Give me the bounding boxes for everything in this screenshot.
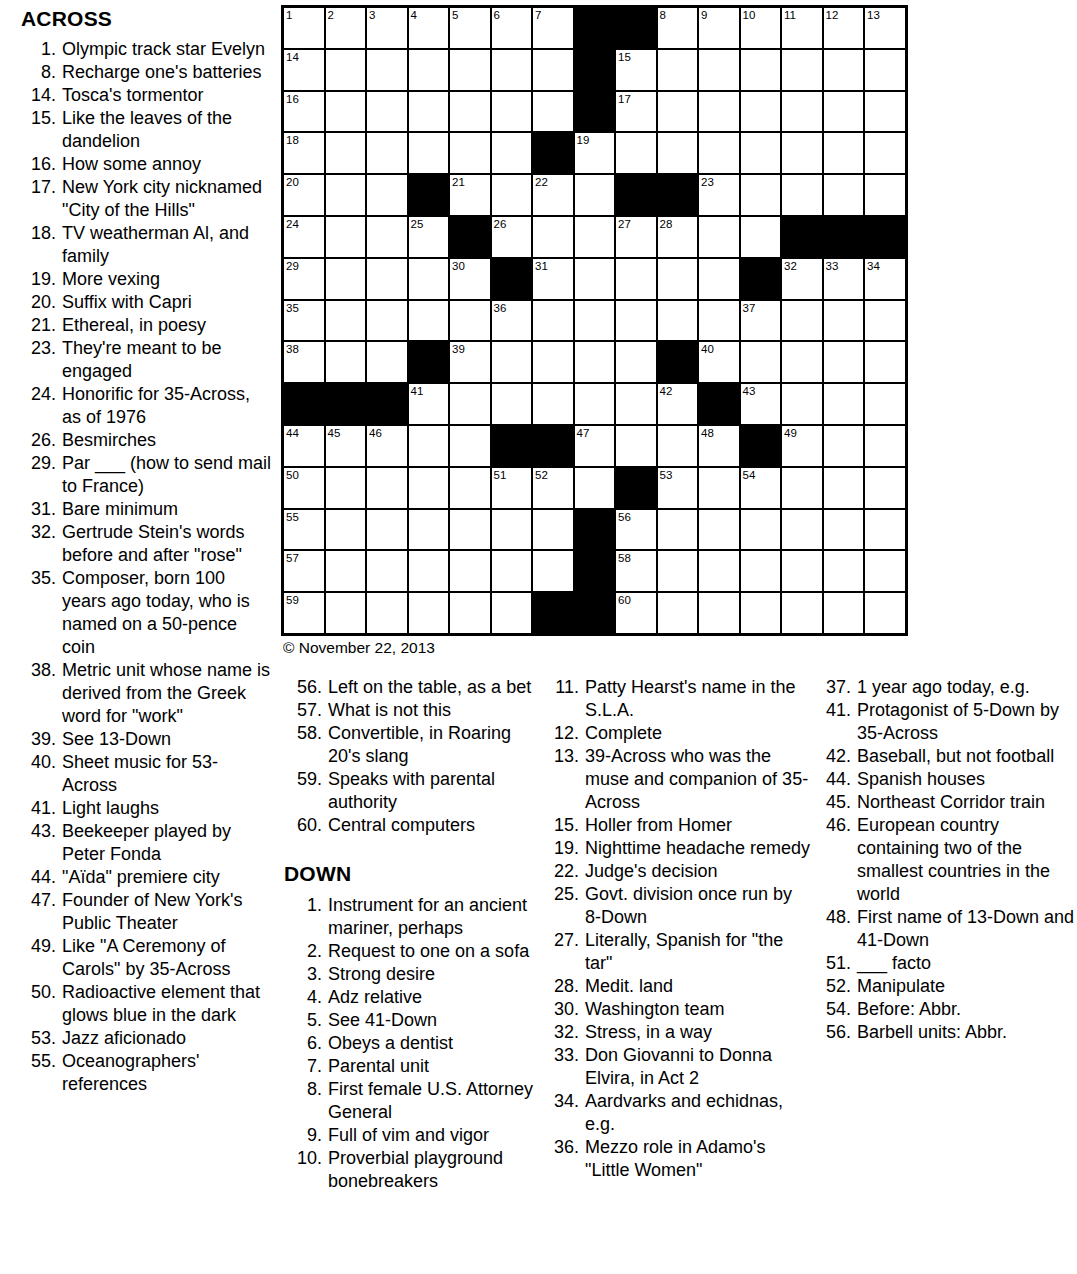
white-square[interactable] [699, 50, 739, 90]
cell-number: 20 [286, 176, 299, 189]
white-square[interactable] [658, 510, 698, 550]
white-square[interactable] [367, 175, 407, 215]
white-square[interactable] [824, 593, 864, 633]
white-square[interactable] [326, 50, 366, 90]
white-square[interactable] [450, 384, 490, 424]
clues-column-3: 11.Patty Hearst's name in the S.L.A.12.C… [549, 676, 813, 1182]
white-square[interactable] [865, 342, 905, 382]
clue-text: Barbell units: Abbr. [857, 1021, 1007, 1044]
white-square[interactable] [326, 510, 366, 550]
clue-text: Olympic track star Evelyn [62, 38, 265, 61]
cell-number: 48 [701, 427, 714, 440]
white-square[interactable] [741, 217, 781, 257]
white-square[interactable] [616, 426, 656, 466]
white-square[interactable]: 23 [699, 175, 739, 215]
white-square[interactable] [865, 384, 905, 424]
white-square[interactable]: 45 [326, 426, 366, 466]
white-square[interactable]: 44 [284, 426, 324, 466]
white-square[interactable]: 38 [284, 342, 324, 382]
white-square[interactable] [741, 342, 781, 382]
white-square[interactable]: 10 [741, 8, 781, 48]
clue-number: 56. [817, 1021, 851, 1044]
white-square[interactable] [741, 593, 781, 633]
clue-number: 33. [549, 1044, 579, 1090]
white-square[interactable] [326, 217, 366, 257]
clue-across-21: 21.Ethereal, in poesy [20, 314, 273, 337]
white-square[interactable]: 53 [658, 468, 698, 508]
white-square[interactable] [409, 259, 449, 299]
clue-number: 5. [283, 1009, 322, 1032]
white-square[interactable] [782, 384, 822, 424]
clue-number: 57. [283, 699, 322, 722]
white-square[interactable]: 1 [284, 8, 324, 48]
white-square[interactable]: 12 [824, 8, 864, 48]
clue-number: 36. [549, 1136, 579, 1182]
white-square[interactable]: 42 [658, 384, 698, 424]
clue-down-51: 51.___ facto [817, 952, 1075, 975]
white-square[interactable] [533, 217, 573, 257]
white-square[interactable] [782, 175, 822, 215]
clue-number: 12. [549, 722, 579, 745]
white-square[interactable]: 32 [782, 259, 822, 299]
white-square[interactable]: 9 [699, 8, 739, 48]
white-square[interactable]: 25 [409, 217, 449, 257]
clue-number: 21. [20, 314, 56, 337]
white-square[interactable] [367, 468, 407, 508]
white-square[interactable] [824, 342, 864, 382]
white-square[interactable] [409, 468, 449, 508]
white-square[interactable]: 18 [284, 133, 324, 173]
white-square[interactable] [782, 342, 822, 382]
cell-number: 29 [286, 260, 299, 273]
white-square[interactable] [492, 175, 532, 215]
white-square[interactable] [782, 593, 822, 633]
black-square [492, 259, 532, 299]
white-square[interactable] [533, 50, 573, 90]
white-square[interactable] [575, 342, 615, 382]
white-square[interactable] [367, 551, 407, 591]
white-square[interactable] [409, 510, 449, 550]
white-square[interactable] [699, 217, 739, 257]
white-square[interactable] [450, 301, 490, 341]
cell-number: 51 [494, 469, 507, 482]
clue-across-60: 60.Central computers [283, 814, 542, 837]
clue-number: 30. [549, 998, 579, 1021]
white-square[interactable] [326, 259, 366, 299]
white-square[interactable]: 8 [658, 8, 698, 48]
clue-number: 46. [817, 814, 851, 906]
white-square[interactable] [492, 50, 532, 90]
white-square[interactable]: 5 [450, 8, 490, 48]
white-square[interactable]: 6 [492, 8, 532, 48]
white-square[interactable]: 33 [824, 259, 864, 299]
clue-text: Before: Abbr. [857, 998, 961, 1021]
clue-number: 32. [549, 1021, 579, 1044]
clue-across-17: 17.New York city nicknamed "City of the … [20, 176, 273, 222]
white-square[interactable] [616, 384, 656, 424]
white-square[interactable] [616, 259, 656, 299]
white-square[interactable] [658, 92, 698, 132]
clue-text: Beekeeper played by Peter Fonda [62, 820, 273, 866]
white-square[interactable] [699, 259, 739, 299]
white-square[interactable]: 54 [741, 468, 781, 508]
white-square[interactable] [326, 342, 366, 382]
white-square[interactable] [367, 342, 407, 382]
clue-across-58: 58.Convertible, in Roaring 20's slang [283, 722, 542, 768]
white-square[interactable] [699, 593, 739, 633]
white-square[interactable]: 4 [409, 8, 449, 48]
white-square[interactable]: 22 [533, 175, 573, 215]
white-square[interactable] [326, 92, 366, 132]
white-square[interactable] [824, 510, 864, 550]
clue-text: Patty Hearst's name in the S.L.A. [585, 676, 813, 722]
white-square[interactable] [450, 510, 490, 550]
white-square[interactable]: 11 [782, 8, 822, 48]
cell-number: 21 [452, 176, 465, 189]
white-square[interactable]: 52 [533, 468, 573, 508]
white-square[interactable]: 14 [284, 50, 324, 90]
cell-number: 35 [286, 302, 299, 315]
white-square[interactable]: 50 [284, 468, 324, 508]
white-square[interactable] [492, 92, 532, 132]
white-square[interactable]: 29 [284, 259, 324, 299]
white-square[interactable] [492, 551, 532, 591]
clue-number: 58. [283, 722, 322, 768]
clue-across-44: 44."Aïda" premiere city [20, 866, 273, 889]
clue-text: Jazz aficionado [62, 1027, 186, 1050]
white-square[interactable] [699, 468, 739, 508]
white-square[interactable]: 47 [575, 426, 615, 466]
clue-across-26: 26.Besmirches [20, 429, 273, 452]
white-square[interactable] [865, 133, 905, 173]
black-square [824, 217, 864, 257]
white-square[interactable]: 59 [284, 593, 324, 633]
black-square [658, 175, 698, 215]
white-square[interactable] [741, 510, 781, 550]
white-square[interactable]: 31 [533, 259, 573, 299]
white-square[interactable] [824, 301, 864, 341]
white-square[interactable]: 60 [616, 593, 656, 633]
clue-number: 45. [817, 791, 851, 814]
white-square[interactable] [824, 175, 864, 215]
clue-down-28: 28.Medit. land [549, 975, 813, 998]
white-square[interactable] [326, 593, 366, 633]
cell-number: 58 [618, 552, 631, 565]
white-square[interactable] [533, 384, 573, 424]
white-square[interactable]: 2 [326, 8, 366, 48]
clue-number: 29. [20, 452, 56, 498]
clue-text: ___ facto [857, 952, 931, 975]
white-square[interactable] [658, 593, 698, 633]
white-square[interactable] [824, 468, 864, 508]
white-square[interactable]: 46 [367, 426, 407, 466]
clue-down-27: 27.Literally, Spanish for "the tar" [549, 929, 813, 975]
clue-across-55: 55.Oceanographers' references [20, 1050, 273, 1096]
white-square[interactable] [367, 217, 407, 257]
white-square[interactable] [616, 301, 656, 341]
clue-text: Obeys a dentist [328, 1032, 453, 1055]
white-square[interactable] [782, 468, 822, 508]
white-square[interactable] [658, 301, 698, 341]
white-square[interactable]: 58 [616, 551, 656, 591]
clue-number: 60. [283, 814, 322, 837]
white-square[interactable]: 41 [409, 384, 449, 424]
white-square[interactable] [575, 217, 615, 257]
cell-number: 14 [286, 51, 299, 64]
white-square[interactable]: 7 [533, 8, 573, 48]
white-square[interactable] [699, 133, 739, 173]
white-square[interactable] [741, 92, 781, 132]
white-square[interactable] [450, 468, 490, 508]
clue-text: Convertible, in Roaring 20's slang [328, 722, 542, 768]
clue-number: 47. [20, 889, 56, 935]
white-square[interactable] [575, 468, 615, 508]
white-square[interactable] [865, 301, 905, 341]
white-square[interactable]: 39 [450, 342, 490, 382]
white-square[interactable]: 28 [658, 217, 698, 257]
white-square[interactable]: 15 [616, 50, 656, 90]
white-square[interactable] [575, 175, 615, 215]
white-square[interactable] [699, 551, 739, 591]
white-square[interactable] [326, 301, 366, 341]
across-clues-column: ACROSS 1.Olympic track star Evelyn8.Rech… [20, 7, 273, 1096]
cell-number: 39 [452, 343, 465, 356]
white-square[interactable] [782, 301, 822, 341]
cell-number: 5 [452, 9, 458, 22]
clue-text: See 41-Down [328, 1009, 437, 1032]
white-square[interactable] [824, 133, 864, 173]
white-square[interactable] [326, 551, 366, 591]
white-square[interactable] [450, 593, 490, 633]
black-square [616, 175, 656, 215]
white-square[interactable] [575, 301, 615, 341]
white-square[interactable] [865, 50, 905, 90]
white-square[interactable] [492, 342, 532, 382]
black-square [782, 217, 822, 257]
white-square[interactable] [409, 426, 449, 466]
white-square[interactable] [492, 133, 532, 173]
white-square[interactable] [450, 92, 490, 132]
white-square[interactable] [450, 133, 490, 173]
white-square[interactable] [699, 510, 739, 550]
white-square[interactable] [782, 92, 822, 132]
white-square[interactable]: 40 [699, 342, 739, 382]
white-square[interactable] [782, 551, 822, 591]
white-square[interactable]: 48 [699, 426, 739, 466]
clue-number: 50. [20, 981, 56, 1027]
white-square[interactable]: 51 [492, 468, 532, 508]
clue-text: Adz relative [328, 986, 422, 1009]
white-square[interactable]: 36 [492, 301, 532, 341]
white-square[interactable] [367, 92, 407, 132]
clue-across-40: 40.Sheet music for 53-Across [20, 751, 273, 797]
white-square[interactable] [367, 50, 407, 90]
clue-number: 8. [283, 1078, 322, 1124]
cell-number: 18 [286, 134, 299, 147]
white-square[interactable] [865, 92, 905, 132]
white-square[interactable]: 19 [575, 133, 615, 173]
white-square[interactable]: 56 [616, 510, 656, 550]
cell-number: 28 [660, 218, 673, 231]
clue-down-3: 3.Strong desire [283, 963, 542, 986]
white-square[interactable] [658, 259, 698, 299]
white-square[interactable] [616, 342, 656, 382]
clue-text: Like "A Ceremony of Carols" by 35-Across [62, 935, 273, 981]
white-square[interactable] [865, 510, 905, 550]
clue-across-53: 53.Jazz aficionado [20, 1027, 273, 1050]
clue-text: Central computers [328, 814, 475, 837]
white-square[interactable]: 16 [284, 92, 324, 132]
clue-number: 40. [20, 751, 56, 797]
white-square[interactable] [409, 551, 449, 591]
white-square[interactable] [409, 301, 449, 341]
white-square[interactable] [492, 510, 532, 550]
white-square[interactable] [533, 510, 573, 550]
white-square[interactable] [450, 50, 490, 90]
clue-across-20: 20.Suffix with Capri [20, 291, 273, 314]
white-square[interactable]: 43 [741, 384, 781, 424]
white-square[interactable] [326, 468, 366, 508]
white-square[interactable] [782, 50, 822, 90]
white-square[interactable] [367, 259, 407, 299]
clue-down-46: 46.European country containing two of th… [817, 814, 1075, 906]
cell-number: 2 [328, 9, 334, 22]
white-square[interactable] [824, 384, 864, 424]
white-square[interactable] [699, 92, 739, 132]
clue-text: First female U.S. Attorney General [328, 1078, 542, 1124]
white-square[interactable]: 55 [284, 510, 324, 550]
clue-down-15: 15.Holler from Homer [549, 814, 813, 837]
white-square[interactable] [658, 426, 698, 466]
clue-number: 13. [549, 745, 579, 814]
clue-number: 27. [549, 929, 579, 975]
white-square[interactable]: 35 [284, 301, 324, 341]
white-square[interactable] [409, 92, 449, 132]
clue-text: Spanish houses [857, 768, 985, 791]
clue-across-23: 23.They're meant to be engaged [20, 337, 273, 383]
clue-text: First name of 13-Down and 41-Down [857, 906, 1075, 952]
white-square[interactable] [409, 50, 449, 90]
white-square[interactable] [865, 426, 905, 466]
white-square[interactable] [824, 50, 864, 90]
cell-number: 17 [618, 93, 631, 106]
white-square[interactable] [658, 551, 698, 591]
white-square[interactable] [658, 50, 698, 90]
white-square[interactable] [865, 551, 905, 591]
white-square[interactable] [326, 175, 366, 215]
down-heading: DOWN [284, 862, 542, 886]
white-square[interactable] [533, 342, 573, 382]
white-square[interactable] [741, 175, 781, 215]
clue-across-38: 38.Metric unit whose name is derived fro… [20, 659, 273, 728]
clue-down-54: 54.Before: Abbr. [817, 998, 1075, 1021]
clue-number: 19. [549, 837, 579, 860]
cell-number: 6 [494, 9, 500, 22]
white-square[interactable]: 49 [782, 426, 822, 466]
white-square[interactable]: 20 [284, 175, 324, 215]
white-square[interactable] [409, 133, 449, 173]
white-square[interactable]: 3 [367, 8, 407, 48]
crossword-grid: 1234567891011121314151617181920212223242… [281, 5, 908, 636]
white-square[interactable] [575, 259, 615, 299]
cell-number: 9 [701, 9, 707, 22]
white-square[interactable] [533, 551, 573, 591]
white-square[interactable]: 57 [284, 551, 324, 591]
white-square[interactable] [824, 551, 864, 591]
white-square[interactable] [782, 133, 822, 173]
white-square[interactable] [824, 426, 864, 466]
cell-number: 22 [535, 176, 548, 189]
clue-text: Bare minimum [62, 498, 178, 521]
white-square[interactable] [741, 50, 781, 90]
clue-down-33: 33.Don Giovanni to Donna Elvira, in Act … [549, 1044, 813, 1090]
clue-text: Judge's decision [585, 860, 718, 883]
white-square[interactable]: 37 [741, 301, 781, 341]
white-square[interactable] [367, 593, 407, 633]
clue-number: 55. [20, 1050, 56, 1096]
white-square[interactable]: 34 [865, 259, 905, 299]
clue-down-41: 41.Protagonist of 5-Down by 35-Across [817, 699, 1075, 745]
white-square[interactable] [409, 593, 449, 633]
white-square[interactable] [865, 593, 905, 633]
down-clue-list: 1.Instrument for an ancient mariner, per… [283, 894, 542, 1193]
white-square[interactable]: 17 [616, 92, 656, 132]
white-square[interactable]: 13 [865, 8, 905, 48]
cell-number: 42 [660, 385, 673, 398]
white-square[interactable]: 24 [284, 217, 324, 257]
white-square[interactable] [367, 301, 407, 341]
clue-number: 39. [20, 728, 56, 751]
white-square[interactable]: 27 [616, 217, 656, 257]
white-square[interactable]: 30 [450, 259, 490, 299]
white-square[interactable] [824, 92, 864, 132]
white-square[interactable] [326, 133, 366, 173]
white-square[interactable] [367, 133, 407, 173]
clue-down-7: 7.Parental unit [283, 1055, 542, 1078]
white-square[interactable] [741, 551, 781, 591]
clue-down-2: 2.Request to one on a sofa [283, 940, 542, 963]
white-square[interactable] [450, 426, 490, 466]
clue-down-45: 45.Northeast Corridor train [817, 791, 1075, 814]
clue-down-30: 30.Washington team [549, 998, 813, 1021]
white-square[interactable] [658, 133, 698, 173]
white-square[interactable] [575, 384, 615, 424]
white-square[interactable] [865, 468, 905, 508]
white-square[interactable] [741, 133, 781, 173]
cell-number: 47 [577, 427, 590, 440]
white-square[interactable] [367, 510, 407, 550]
white-square[interactable] [782, 510, 822, 550]
white-square[interactable] [533, 92, 573, 132]
white-square[interactable] [492, 593, 532, 633]
clue-number: 35. [20, 567, 56, 659]
white-square[interactable] [533, 301, 573, 341]
black-square [575, 551, 615, 591]
cell-number: 44 [286, 427, 299, 440]
white-square[interactable] [492, 384, 532, 424]
white-square[interactable] [865, 175, 905, 215]
clue-text: Tosca's tormentor [62, 84, 204, 107]
white-square[interactable]: 21 [450, 175, 490, 215]
clue-text: European country containing two of the s… [857, 814, 1075, 906]
white-square[interactable] [450, 551, 490, 591]
cell-number: 59 [286, 594, 299, 607]
white-square[interactable]: 26 [492, 217, 532, 257]
clue-text: Honorific for 35-Across, as of 1976 [62, 383, 273, 429]
white-square[interactable] [616, 133, 656, 173]
clue-across-49: 49.Like "A Ceremony of Carols" by 35-Acr… [20, 935, 273, 981]
white-square[interactable] [699, 301, 739, 341]
